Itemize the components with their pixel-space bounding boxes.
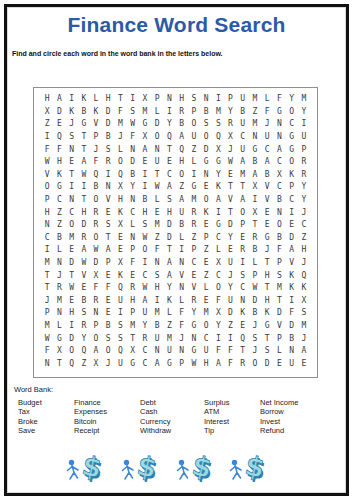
grid-cell[interactable]: I: [237, 257, 249, 270]
grid-cell[interactable]: H: [200, 357, 212, 370]
grid-cell[interactable]: X: [90, 357, 102, 370]
grid-cell[interactable]: F: [127, 131, 139, 144]
grid-cell[interactable]: R: [102, 156, 114, 169]
grid-cell[interactable]: J: [298, 332, 310, 345]
grid-cell[interactable]: H: [53, 156, 65, 169]
grid-cell[interactable]: R: [188, 294, 200, 307]
grid-cell[interactable]: O: [200, 131, 212, 144]
grid-cell[interactable]: O: [90, 332, 102, 345]
grid-cell[interactable]: C: [212, 269, 224, 282]
grid-cell[interactable]: S: [139, 219, 151, 232]
grid-cell[interactable]: A: [298, 345, 310, 358]
grid-cell[interactable]: V: [286, 257, 298, 270]
grid-cell[interactable]: N: [249, 131, 261, 144]
grid-cell[interactable]: B: [273, 194, 285, 207]
grid-cell[interactable]: I: [188, 169, 200, 182]
grid-cell[interactable]: P: [151, 93, 163, 106]
grid-cell[interactable]: F: [224, 357, 236, 370]
grid-cell[interactable]: X: [53, 345, 65, 358]
grid-cell[interactable]: J: [224, 143, 236, 156]
grid-cell[interactable]: G: [127, 357, 139, 370]
grid-cell[interactable]: T: [163, 244, 175, 257]
grid-cell[interactable]: H: [163, 206, 175, 219]
grid-cell[interactable]: F: [273, 244, 285, 257]
grid-cell[interactable]: K: [114, 269, 126, 282]
grid-cell[interactable]: N: [65, 194, 77, 207]
grid-cell[interactable]: K: [298, 282, 310, 295]
grid-cell[interactable]: S: [249, 332, 261, 345]
grid-cell[interactable]: P: [188, 244, 200, 257]
grid-cell[interactable]: A: [237, 194, 249, 207]
grid-cell[interactable]: G: [261, 231, 273, 244]
grid-cell[interactable]: D: [249, 294, 261, 307]
grid-cell[interactable]: C: [298, 219, 310, 232]
grid-cell[interactable]: R: [176, 106, 188, 119]
grid-cell[interactable]: U: [224, 257, 236, 270]
grid-cell[interactable]: E: [102, 206, 114, 219]
grid-cell[interactable]: J: [261, 118, 273, 131]
grid-cell[interactable]: A: [78, 156, 90, 169]
grid-cell[interactable]: L: [90, 93, 102, 106]
grid-cell[interactable]: X: [139, 93, 151, 106]
grid-cell[interactable]: W: [249, 282, 261, 295]
grid-cell[interactable]: W: [139, 231, 151, 244]
grid-cell[interactable]: N: [127, 231, 139, 244]
grid-cell[interactable]: Y: [127, 181, 139, 194]
grid-cell[interactable]: E: [261, 206, 273, 219]
grid-cell[interactable]: C: [127, 206, 139, 219]
grid-cell[interactable]: T: [163, 143, 175, 156]
grid-cell[interactable]: U: [188, 131, 200, 144]
grid-cell[interactable]: X: [224, 131, 236, 144]
grid-cell[interactable]: J: [41, 294, 53, 307]
grid-cell[interactable]: L: [53, 320, 65, 333]
grid-cell[interactable]: X: [41, 106, 53, 119]
grid-cell[interactable]: T: [78, 194, 90, 207]
grid-cell[interactable]: O: [65, 219, 77, 232]
grid-cell[interactable]: J: [176, 332, 188, 345]
grid-cell[interactable]: K: [90, 106, 102, 119]
grid-cell[interactable]: X: [139, 131, 151, 144]
grid-cell[interactable]: I: [176, 244, 188, 257]
grid-cell[interactable]: P: [188, 106, 200, 119]
grid-cell[interactable]: A: [139, 294, 151, 307]
grid-cell[interactable]: R: [298, 169, 310, 182]
grid-cell[interactable]: P: [249, 269, 261, 282]
grid-cell[interactable]: Z: [224, 320, 236, 333]
grid-cell[interactable]: P: [90, 131, 102, 144]
grid-cell[interactable]: N: [41, 219, 53, 232]
grid-cell[interactable]: F: [53, 143, 65, 156]
grid-cell[interactable]: Z: [200, 269, 212, 282]
grid-cell[interactable]: R: [237, 357, 249, 370]
grid-cell[interactable]: M: [65, 231, 77, 244]
grid-cell[interactable]: M: [53, 294, 65, 307]
grid-cell[interactable]: O: [286, 106, 298, 119]
grid-cell[interactable]: W: [41, 156, 53, 169]
grid-cell[interactable]: W: [188, 357, 200, 370]
grid-cell[interactable]: L: [151, 106, 163, 119]
grid-cell[interactable]: T: [249, 219, 261, 232]
grid-cell[interactable]: D: [286, 231, 298, 244]
grid-cell[interactable]: Z: [53, 206, 65, 219]
grid-cell[interactable]: S: [261, 345, 273, 358]
grid-cell[interactable]: R: [188, 206, 200, 219]
grid-cell[interactable]: G: [53, 332, 65, 345]
grid-cell[interactable]: I: [114, 307, 126, 320]
grid-cell[interactable]: E: [102, 294, 114, 307]
grid-cell[interactable]: U: [237, 118, 249, 131]
grid-cell[interactable]: A: [151, 357, 163, 370]
grid-cell[interactable]: L: [163, 307, 175, 320]
grid-cell[interactable]: C: [163, 169, 175, 182]
grid-cell[interactable]: I: [139, 181, 151, 194]
grid-cell[interactable]: M: [151, 219, 163, 232]
grid-cell[interactable]: I: [65, 320, 77, 333]
grid-cell[interactable]: M: [298, 93, 310, 106]
grid-cell[interactable]: E: [237, 231, 249, 244]
grid-cell[interactable]: B: [176, 118, 188, 131]
grid-cell[interactable]: V: [224, 194, 236, 207]
grid-cell[interactable]: R: [224, 118, 236, 131]
grid-cell[interactable]: O: [139, 244, 151, 257]
grid-cell[interactable]: D: [151, 118, 163, 131]
grid-cell[interactable]: N: [127, 143, 139, 156]
grid-cell[interactable]: K: [237, 307, 249, 320]
grid-cell[interactable]: R: [237, 244, 249, 257]
grid-cell[interactable]: I: [212, 93, 224, 106]
grid-cell[interactable]: Z: [163, 320, 175, 333]
grid-cell[interactable]: N: [200, 169, 212, 182]
grid-cell[interactable]: B: [249, 307, 261, 320]
grid-cell[interactable]: R: [78, 231, 90, 244]
grid-cell[interactable]: C: [188, 257, 200, 270]
grid-cell[interactable]: G: [200, 156, 212, 169]
grid-cell[interactable]: N: [273, 131, 285, 144]
grid-cell[interactable]: N: [176, 257, 188, 270]
grid-cell[interactable]: F: [90, 282, 102, 295]
grid-cell[interactable]: L: [249, 257, 261, 270]
grid-cell[interactable]: R: [127, 282, 139, 295]
grid-cell[interactable]: I: [212, 206, 224, 219]
grid-cell[interactable]: L: [200, 282, 212, 295]
grid-cell[interactable]: E: [65, 244, 77, 257]
grid-cell[interactable]: R: [139, 332, 151, 345]
grid-cell[interactable]: T: [78, 131, 90, 144]
grid-cell[interactable]: K: [78, 93, 90, 106]
grid-cell[interactable]: W: [224, 156, 236, 169]
grid-cell[interactable]: O: [114, 156, 126, 169]
grid-cell[interactable]: N: [90, 307, 102, 320]
grid-cell[interactable]: V: [176, 269, 188, 282]
grid-cell[interactable]: H: [298, 244, 310, 257]
grid-cell[interactable]: E: [298, 357, 310, 370]
grid-cell[interactable]: O: [151, 131, 163, 144]
grid-cell[interactable]: D: [78, 219, 90, 232]
grid-cell[interactable]: I: [102, 169, 114, 182]
grid-cell[interactable]: A: [237, 156, 249, 169]
grid-cell[interactable]: C: [237, 131, 249, 144]
grid-cell[interactable]: D: [90, 257, 102, 270]
grid-cell[interactable]: Y: [163, 282, 175, 295]
grid-cell[interactable]: B: [249, 244, 261, 257]
grid-cell[interactable]: X: [249, 206, 261, 219]
grid-cell[interactable]: A: [273, 143, 285, 156]
grid-cell[interactable]: I: [151, 294, 163, 307]
grid-cell[interactable]: F: [176, 307, 188, 320]
grid-cell[interactable]: K: [212, 181, 224, 194]
grid-cell[interactable]: S: [151, 269, 163, 282]
grid-cell[interactable]: F: [261, 106, 273, 119]
grid-cell[interactable]: A: [176, 194, 188, 207]
grid-cell[interactable]: W: [90, 244, 102, 257]
grid-cell[interactable]: J: [53, 269, 65, 282]
grid-cell[interactable]: E: [224, 244, 236, 257]
grid-cell[interactable]: K: [200, 206, 212, 219]
grid-cell[interactable]: U: [139, 307, 151, 320]
grid-cell[interactable]: P: [286, 181, 298, 194]
grid-cell[interactable]: P: [90, 320, 102, 333]
grid-cell[interactable]: R: [78, 320, 90, 333]
grid-cell[interactable]: E: [286, 219, 298, 232]
grid-cell[interactable]: H: [127, 294, 139, 307]
grid-cell[interactable]: Y: [298, 106, 310, 119]
grid-cell[interactable]: X: [114, 219, 126, 232]
grid-cell[interactable]: P: [102, 257, 114, 270]
grid-cell[interactable]: F: [286, 307, 298, 320]
grid-cell[interactable]: R: [90, 294, 102, 307]
grid-cell[interactable]: C: [200, 332, 212, 345]
grid-cell[interactable]: I: [286, 294, 298, 307]
grid-cell[interactable]: A: [53, 93, 65, 106]
grid-cell[interactable]: N: [102, 181, 114, 194]
grid-cell[interactable]: J: [249, 320, 261, 333]
grid-cell[interactable]: C: [273, 156, 285, 169]
grid-cell[interactable]: B: [261, 169, 273, 182]
grid-cell[interactable]: G: [286, 143, 298, 156]
grid-cell[interactable]: H: [261, 269, 273, 282]
grid-cell[interactable]: K: [286, 282, 298, 295]
grid-cell[interactable]: P: [298, 143, 310, 156]
grid-cell[interactable]: U: [176, 206, 188, 219]
grid-cell[interactable]: E: [200, 181, 212, 194]
grid-cell[interactable]: O: [188, 118, 200, 131]
grid-cell[interactable]: X: [273, 169, 285, 182]
grid-cell[interactable]: V: [102, 194, 114, 207]
grid-cell[interactable]: T: [78, 143, 90, 156]
grid-cell[interactable]: Y: [188, 307, 200, 320]
grid-cell[interactable]: M: [139, 106, 151, 119]
grid-cell[interactable]: L: [188, 156, 200, 169]
grid-cell[interactable]: E: [224, 169, 236, 182]
grid-cell[interactable]: X: [298, 294, 310, 307]
grid-cell[interactable]: G: [212, 156, 224, 169]
grid-cell[interactable]: O: [176, 169, 188, 182]
grid-cell[interactable]: T: [53, 357, 65, 370]
grid-cell[interactable]: U: [151, 332, 163, 345]
grid-cell[interactable]: Q: [53, 131, 65, 144]
grid-cell[interactable]: Y: [212, 169, 224, 182]
grid-cell[interactable]: G: [188, 345, 200, 358]
grid-cell[interactable]: F: [102, 282, 114, 295]
grid-cell[interactable]: P: [273, 257, 285, 270]
grid-cell[interactable]: H: [176, 93, 188, 106]
grid-cell[interactable]: H: [151, 282, 163, 295]
grid-cell[interactable]: G: [286, 131, 298, 144]
grid-cell[interactable]: J: [114, 131, 126, 144]
grid-cell[interactable]: K: [286, 269, 298, 282]
grid-cell[interactable]: N: [237, 294, 249, 307]
grid-cell[interactable]: A: [163, 181, 175, 194]
grid-cell[interactable]: N: [163, 93, 175, 106]
grid-cell[interactable]: U: [114, 357, 126, 370]
grid-cell[interactable]: P: [176, 357, 188, 370]
grid-cell[interactable]: Y: [78, 332, 90, 345]
grid-cell[interactable]: C: [212, 231, 224, 244]
grid-cell[interactable]: P: [127, 244, 139, 257]
grid-cell[interactable]: N: [41, 357, 53, 370]
grid-cell[interactable]: N: [273, 118, 285, 131]
grid-cell[interactable]: N: [65, 143, 77, 156]
grid-cell[interactable]: E: [237, 320, 249, 333]
grid-cell[interactable]: W: [78, 257, 90, 270]
grid-cell[interactable]: H: [139, 206, 151, 219]
grid-cell[interactable]: N: [53, 307, 65, 320]
grid-cell[interactable]: W: [41, 332, 53, 345]
grid-cell[interactable]: N: [200, 93, 212, 106]
grid-cell[interactable]: R: [188, 219, 200, 232]
grid-cell[interactable]: D: [261, 357, 273, 370]
grid-cell[interactable]: W: [127, 118, 139, 131]
grid-cell[interactable]: I: [127, 93, 139, 106]
grid-cell[interactable]: H: [261, 294, 273, 307]
grid-cell[interactable]: M: [114, 118, 126, 131]
grid-cell[interactable]: N: [176, 345, 188, 358]
grid-cell[interactable]: Q: [114, 169, 126, 182]
grid-cell[interactable]: L: [176, 294, 188, 307]
grid-cell[interactable]: Z: [151, 231, 163, 244]
grid-cell[interactable]: P: [200, 231, 212, 244]
grid-cell[interactable]: R: [298, 156, 310, 169]
grid-cell[interactable]: Q: [65, 357, 77, 370]
grid-cell[interactable]: T: [237, 345, 249, 358]
grid-cell[interactable]: I: [224, 332, 236, 345]
grid-cell[interactable]: D: [224, 219, 236, 232]
grid-cell[interactable]: Y: [224, 282, 236, 295]
grid-cell[interactable]: E: [65, 294, 77, 307]
grid-cell[interactable]: C: [139, 345, 151, 358]
grid-cell[interactable]: M: [237, 169, 249, 182]
grid-cell[interactable]: Q: [90, 169, 102, 182]
grid-cell[interactable]: C: [41, 231, 53, 244]
grid-cell[interactable]: O: [273, 219, 285, 232]
grid-cell[interactable]: K: [261, 307, 273, 320]
grid-cell[interactable]: E: [102, 269, 114, 282]
grid-cell[interactable]: K: [163, 294, 175, 307]
grid-cell[interactable]: A: [261, 156, 273, 169]
grid-cell[interactable]: T: [261, 332, 273, 345]
grid-cell[interactable]: U: [114, 294, 126, 307]
grid-cell[interactable]: B: [151, 320, 163, 333]
grid-cell[interactable]: Y: [298, 194, 310, 207]
grid-cell[interactable]: S: [188, 93, 200, 106]
grid-cell[interactable]: C: [65, 206, 77, 219]
grid-cell[interactable]: Q: [114, 282, 126, 295]
grid-cell[interactable]: J: [298, 206, 310, 219]
grid-cell[interactable]: A: [176, 131, 188, 144]
grid-cell[interactable]: I: [41, 131, 53, 144]
grid-cell[interactable]: J: [65, 118, 77, 131]
grid-cell[interactable]: V: [261, 181, 273, 194]
grid-cell[interactable]: C: [237, 282, 249, 295]
grid-cell[interactable]: G: [78, 118, 90, 131]
grid-cell[interactable]: I: [163, 106, 175, 119]
grid-cell[interactable]: C: [286, 118, 298, 131]
grid-cell[interactable]: X: [127, 345, 139, 358]
grid-cell[interactable]: T: [41, 282, 53, 295]
grid-cell[interactable]: Z: [41, 118, 53, 131]
grid-cell[interactable]: E: [102, 307, 114, 320]
grid-cell[interactable]: V: [90, 118, 102, 131]
grid-cell[interactable]: D: [127, 156, 139, 169]
grid-cell[interactable]: B: [53, 231, 65, 244]
grid-cell[interactable]: Q: [114, 345, 126, 358]
grid-cell[interactable]: D: [102, 118, 114, 131]
grid-cell[interactable]: Q: [176, 143, 188, 156]
grid-cell[interactable]: T: [224, 206, 236, 219]
grid-cell[interactable]: Y: [212, 320, 224, 333]
grid-cell[interactable]: H: [41, 93, 53, 106]
grid-cell[interactable]: J: [224, 269, 236, 282]
grid-cell[interactable]: S: [127, 106, 139, 119]
grid-cell[interactable]: M: [212, 106, 224, 119]
grid-cell[interactable]: I: [249, 194, 261, 207]
grid-cell[interactable]: B: [78, 294, 90, 307]
grid-cell[interactable]: H: [114, 194, 126, 207]
grid-cell[interactable]: C: [139, 269, 151, 282]
grid-cell[interactable]: R: [249, 231, 261, 244]
grid-cell[interactable]: P: [273, 332, 285, 345]
grid-cell[interactable]: F: [273, 93, 285, 106]
grid-cell[interactable]: Z: [249, 106, 261, 119]
grid-cell[interactable]: B: [237, 106, 249, 119]
grid-cell[interactable]: E: [78, 282, 90, 295]
grid-cell[interactable]: Y: [286, 93, 298, 106]
grid-cell[interactable]: S: [114, 320, 126, 333]
grid-cell[interactable]: S: [102, 332, 114, 345]
grid-cell[interactable]: D: [200, 143, 212, 156]
grid-cell[interactable]: K: [286, 169, 298, 182]
grid-cell[interactable]: K: [114, 206, 126, 219]
grid-cell[interactable]: M: [163, 332, 175, 345]
grid-cell[interactable]: B: [78, 106, 90, 119]
grid-cell[interactable]: E: [188, 269, 200, 282]
grid-cell[interactable]: C: [261, 143, 273, 156]
grid-cell[interactable]: G: [273, 106, 285, 119]
grid-cell[interactable]: T: [273, 294, 285, 307]
grid-cell[interactable]: T: [261, 257, 273, 270]
grid-cell[interactable]: O: [65, 345, 77, 358]
grid-cell[interactable]: R: [53, 282, 65, 295]
grid-cell[interactable]: X: [114, 257, 126, 270]
grid-cell[interactable]: E: [139, 156, 151, 169]
grid-cell[interactable]: D: [163, 231, 175, 244]
grid-cell[interactable]: U: [224, 294, 236, 307]
grid-cell[interactable]: Y: [224, 106, 236, 119]
grid-cell[interactable]: N: [188, 332, 200, 345]
grid-cell[interactable]: X: [212, 307, 224, 320]
grid-cell[interactable]: G: [212, 219, 224, 232]
